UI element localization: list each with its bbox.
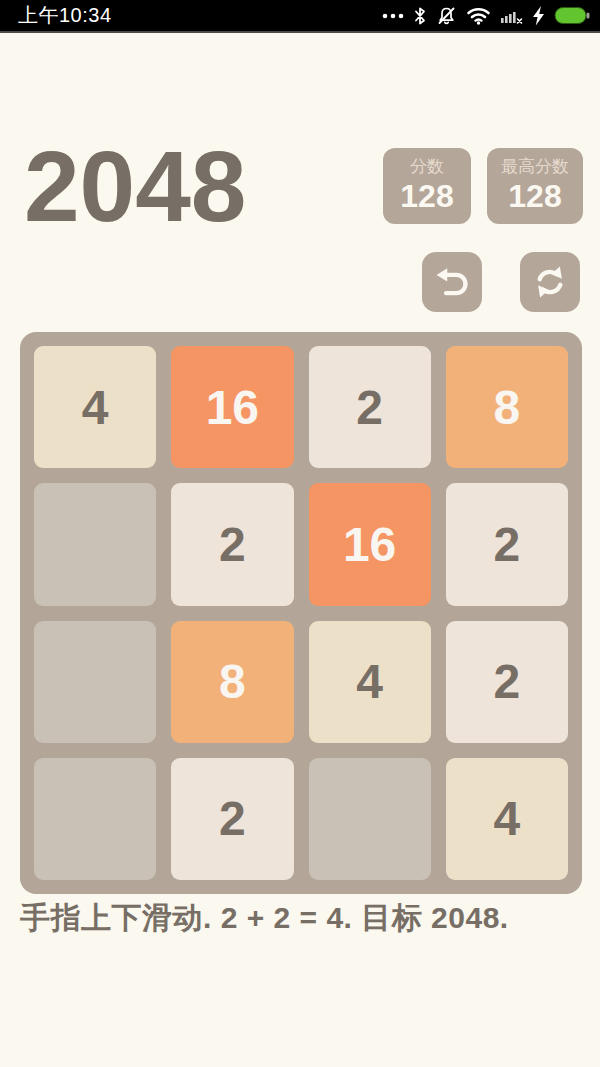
charging-icon <box>532 6 545 26</box>
signal-icon <box>500 6 523 25</box>
wifi-icon <box>466 6 491 25</box>
tile-4: 4 <box>309 621 431 743</box>
tile-2: 2 <box>171 758 293 880</box>
tile-4: 4 <box>34 346 156 468</box>
empty-cell <box>34 621 156 743</box>
tile-2: 2 <box>309 346 431 468</box>
bluetooth-icon <box>413 6 427 26</box>
score-box: 分数 128 <box>383 148 471 224</box>
undo-arrow-icon <box>433 263 471 301</box>
clock: 上午10:34 <box>10 2 112 29</box>
undo-button[interactable] <box>422 252 482 312</box>
tile-2: 2 <box>446 621 568 743</box>
empty-cell <box>34 483 156 605</box>
refresh-arrows-icon <box>531 263 569 301</box>
phone-screen: 上午10:34 <box>0 0 600 1067</box>
hint-text: 手指上下滑动. 2 + 2 = 4. 目标 2048. <box>20 898 586 939</box>
empty-cell <box>309 758 431 880</box>
status-icons <box>382 6 590 26</box>
empty-cell <box>34 758 156 880</box>
status-bar: 上午10:34 <box>0 0 600 33</box>
mute-icon <box>436 6 457 26</box>
tile-4: 4 <box>446 758 568 880</box>
restart-button[interactable] <box>520 252 580 312</box>
overflow-dots-icon <box>382 12 404 20</box>
tile-16: 16 <box>171 346 293 468</box>
battery-icon <box>554 6 590 25</box>
tile-2: 2 <box>446 483 568 605</box>
best-score-box: 最高分数 128 <box>487 148 583 224</box>
score-value: 128 <box>400 178 453 215</box>
best-score-label: 最高分数 <box>501 157 569 177</box>
score-label: 分数 <box>410 157 444 177</box>
tile-8: 8 <box>171 621 293 743</box>
tile-2: 2 <box>171 483 293 605</box>
tile-16: 16 <box>309 483 431 605</box>
best-score-value: 128 <box>508 178 561 215</box>
page-title: 2048 <box>24 136 246 236</box>
board[interactable]: 41628216284224 <box>20 332 582 894</box>
tile-8: 8 <box>446 346 568 468</box>
